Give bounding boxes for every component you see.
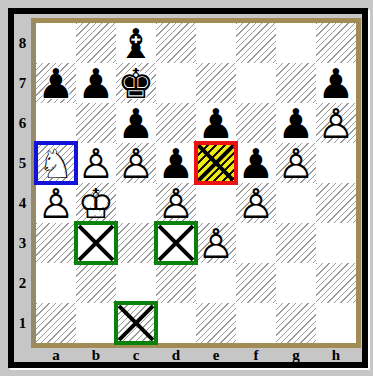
square-g2[interactable] bbox=[276, 263, 316, 303]
white-pawn: ♙ bbox=[156, 184, 196, 224]
square-a2[interactable] bbox=[36, 263, 76, 303]
square-b5[interactable]: ♟♙ bbox=[76, 143, 116, 183]
square-e2[interactable] bbox=[196, 263, 236, 303]
square-c6[interactable]: ♟ bbox=[116, 103, 156, 143]
square-g8[interactable] bbox=[276, 23, 316, 63]
square-h6[interactable]: ♟♙ bbox=[316, 103, 356, 143]
white-pawn-fill: ♟ bbox=[276, 144, 316, 184]
square-c1[interactable] bbox=[116, 303, 156, 343]
square-f6[interactable] bbox=[236, 103, 276, 143]
square-g6[interactable]: ♟ bbox=[276, 103, 316, 143]
square-e3[interactable]: ♟♙ bbox=[196, 223, 236, 263]
square-c8[interactable]: ♝ bbox=[116, 23, 156, 63]
square-d8[interactable] bbox=[156, 23, 196, 63]
square-b4[interactable]: ♚♔ bbox=[76, 183, 116, 223]
white-pawn-fill: ♟ bbox=[156, 184, 196, 224]
square-d4[interactable]: ♟♙ bbox=[156, 183, 196, 223]
white-pawn-fill: ♟ bbox=[116, 144, 156, 184]
square-a7[interactable]: ♟ bbox=[36, 63, 76, 103]
square-c2[interactable] bbox=[116, 263, 156, 303]
square-h5[interactable] bbox=[316, 143, 356, 183]
white-pawn: ♙ bbox=[116, 144, 156, 184]
highlight-e5 bbox=[194, 141, 238, 185]
square-c7[interactable]: ♚ bbox=[116, 63, 156, 103]
x-mark-icon bbox=[158, 225, 194, 261]
black-pawn: ♟ bbox=[276, 104, 316, 144]
black-pawn: ♟ bbox=[196, 104, 236, 144]
highlight-d3 bbox=[154, 221, 198, 265]
x-mark-icon bbox=[118, 305, 154, 341]
black-pawn: ♟ bbox=[156, 144, 196, 184]
black-pawn: ♟ bbox=[236, 144, 276, 184]
square-d5[interactable]: ♟ bbox=[156, 143, 196, 183]
white-pawn: ♙ bbox=[76, 144, 116, 184]
black-pawn: ♟ bbox=[36, 64, 76, 104]
square-h7[interactable]: ♟ bbox=[316, 63, 356, 103]
white-pawn: ♙ bbox=[316, 104, 356, 144]
square-h8[interactable] bbox=[316, 23, 356, 63]
file-label-f: f bbox=[236, 349, 276, 363]
square-d6[interactable] bbox=[156, 103, 196, 143]
square-c4[interactable] bbox=[116, 183, 156, 223]
white-pawn: ♙ bbox=[276, 144, 316, 184]
black-bishop: ♝ bbox=[116, 24, 156, 64]
square-g3[interactable] bbox=[276, 223, 316, 263]
square-d3[interactable] bbox=[156, 223, 196, 263]
file-label-h: h bbox=[316, 349, 356, 363]
square-e4[interactable] bbox=[196, 183, 236, 223]
square-e5[interactable] bbox=[196, 143, 236, 183]
x-mark-icon bbox=[198, 145, 234, 181]
square-b6[interactable] bbox=[76, 103, 116, 143]
square-f1[interactable] bbox=[236, 303, 276, 343]
board-frame: 87654321 ♝♟♟♚♟♟♟♟♟♙♞♘♟♙♟♙♟♟♟♙♟♙♚♔♟♙♟♙♟♙ … bbox=[8, 8, 368, 368]
rank-label-7: 7 bbox=[14, 63, 31, 103]
square-a8[interactable] bbox=[36, 23, 76, 63]
file-label-e: e bbox=[196, 349, 236, 363]
x-mark-icon bbox=[78, 225, 114, 261]
white-pawn-fill: ♟ bbox=[236, 184, 276, 224]
square-f5[interactable]: ♟ bbox=[236, 143, 276, 183]
square-f2[interactable] bbox=[236, 263, 276, 303]
black-king: ♚ bbox=[116, 64, 156, 104]
square-e6[interactable]: ♟ bbox=[196, 103, 236, 143]
board-grid: ♝♟♟♚♟♟♟♟♟♙♞♘♟♙♟♙♟♟♟♙♟♙♚♔♟♙♟♙♟♙ bbox=[36, 23, 356, 343]
square-d2[interactable] bbox=[156, 263, 196, 303]
square-b3[interactable] bbox=[76, 223, 116, 263]
file-label-b: b bbox=[76, 349, 116, 363]
square-h3[interactable] bbox=[316, 223, 356, 263]
square-a6[interactable] bbox=[36, 103, 76, 143]
square-c5[interactable]: ♟♙ bbox=[116, 143, 156, 183]
white-king-fill: ♚ bbox=[76, 184, 116, 224]
square-e8[interactable] bbox=[196, 23, 236, 63]
highlight-a5 bbox=[34, 141, 78, 185]
rank-label-3: 3 bbox=[14, 223, 31, 263]
file-label-a: a bbox=[36, 349, 76, 363]
square-f8[interactable] bbox=[236, 23, 276, 63]
square-a4[interactable]: ♟♙ bbox=[36, 183, 76, 223]
square-g1[interactable] bbox=[276, 303, 316, 343]
square-d1[interactable] bbox=[156, 303, 196, 343]
rank-label-2: 2 bbox=[14, 263, 31, 303]
square-b8[interactable] bbox=[76, 23, 116, 63]
square-f4[interactable]: ♟♙ bbox=[236, 183, 276, 223]
square-f7[interactable] bbox=[236, 63, 276, 103]
square-g5[interactable]: ♟♙ bbox=[276, 143, 316, 183]
square-b2[interactable] bbox=[76, 263, 116, 303]
file-label-g: g bbox=[276, 349, 316, 363]
highlight-b3 bbox=[74, 221, 118, 265]
black-pawn: ♟ bbox=[76, 64, 116, 104]
square-d7[interactable] bbox=[156, 63, 196, 103]
rank-label-5: 5 bbox=[14, 143, 31, 183]
white-pawn: ♙ bbox=[196, 224, 236, 264]
white-pawn: ♙ bbox=[236, 184, 276, 224]
rank-label-8: 8 bbox=[14, 23, 31, 63]
white-pawn-fill: ♟ bbox=[196, 224, 236, 264]
square-a5[interactable]: ♞♘ bbox=[36, 143, 76, 183]
square-a1[interactable] bbox=[36, 303, 76, 343]
square-h4[interactable] bbox=[316, 183, 356, 223]
white-king: ♔ bbox=[76, 184, 116, 224]
square-h2[interactable] bbox=[316, 263, 356, 303]
black-pawn: ♟ bbox=[116, 104, 156, 144]
white-pawn: ♙ bbox=[36, 184, 76, 224]
rank-label-4: 4 bbox=[14, 183, 31, 223]
file-label-d: d bbox=[156, 349, 196, 363]
square-e1[interactable] bbox=[196, 303, 236, 343]
chess-diagram: 87654321 ♝♟♟♚♟♟♟♟♟♙♞♘♟♙♟♙♟♟♟♙♟♙♚♔♟♙♟♙♟♙ … bbox=[0, 0, 373, 376]
rank-label-6: 6 bbox=[14, 103, 31, 143]
rank-label-1: 1 bbox=[14, 303, 31, 343]
square-h1[interactable] bbox=[316, 303, 356, 343]
highlight-c1 bbox=[114, 301, 158, 345]
white-pawn-fill: ♟ bbox=[36, 184, 76, 224]
black-pawn: ♟ bbox=[316, 64, 356, 104]
square-g7[interactable] bbox=[276, 63, 316, 103]
square-a3[interactable] bbox=[36, 223, 76, 263]
chess-board: ♝♟♟♚♟♟♟♟♟♙♞♘♟♙♟♙♟♟♟♙♟♙♚♔♟♙♟♙♟♙ bbox=[31, 18, 361, 348]
square-g4[interactable] bbox=[276, 183, 316, 223]
white-pawn-fill: ♟ bbox=[76, 144, 116, 184]
square-b7[interactable]: ♟ bbox=[76, 63, 116, 103]
square-b1[interactable] bbox=[76, 303, 116, 343]
white-pawn-fill: ♟ bbox=[316, 104, 356, 144]
square-e7[interactable] bbox=[196, 63, 236, 103]
square-c3[interactable] bbox=[116, 223, 156, 263]
square-f3[interactable] bbox=[236, 223, 276, 263]
file-label-c: c bbox=[116, 349, 156, 363]
